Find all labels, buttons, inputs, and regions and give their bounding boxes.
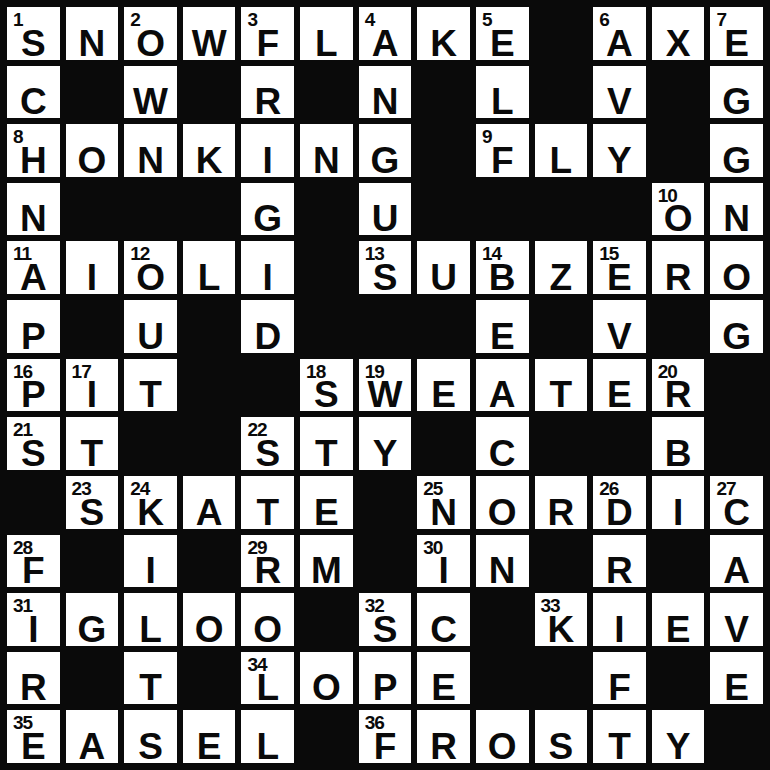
cell[interactable]: 9F	[476, 124, 529, 177]
cell-letter: V	[593, 318, 646, 353]
cell-letter: N	[124, 142, 177, 177]
black-cell	[417, 417, 470, 470]
cell-letter: S	[359, 259, 412, 294]
black-cell	[183, 535, 236, 588]
cell[interactable]: B	[652, 417, 705, 470]
cell[interactable]: A	[710, 535, 763, 588]
cell[interactable]: Y	[652, 710, 705, 763]
cell[interactable]: N	[124, 124, 177, 177]
cell[interactable]: E	[417, 359, 470, 412]
cell-letter: I	[66, 376, 119, 411]
cell[interactable]: 23S	[66, 476, 119, 529]
cell-letter: E	[476, 318, 529, 353]
cell[interactable]: G	[359, 124, 412, 177]
cell-letter: O	[124, 25, 177, 60]
black-cell	[476, 183, 529, 236]
cell-letter: T	[124, 669, 177, 704]
black-cell	[535, 535, 588, 588]
black-cell	[593, 417, 646, 470]
cell-letter: R	[417, 728, 470, 763]
cell[interactable]: U	[417, 241, 470, 294]
cell[interactable]: G	[710, 124, 763, 177]
cell-letter: I	[241, 259, 294, 294]
cell-letter: M	[300, 552, 353, 587]
cell[interactable]: O	[241, 593, 294, 646]
cell-letter: K	[183, 142, 236, 177]
cell-letter: E	[710, 25, 763, 60]
cell-letter: G	[710, 83, 763, 118]
cell-letter: E	[652, 611, 705, 646]
cell-letter: S	[359, 611, 412, 646]
cell-letter: L	[241, 728, 294, 763]
cell-letter: D	[241, 318, 294, 353]
cell-letter: W	[359, 376, 412, 411]
black-cell	[300, 66, 353, 119]
cell-letter: T	[300, 435, 353, 470]
cell[interactable]: 33K	[535, 593, 588, 646]
cell[interactable]: 12O	[124, 241, 177, 294]
cell-letter: G	[66, 611, 119, 646]
black-cell	[183, 652, 236, 705]
cell[interactable]: 3F	[241, 7, 294, 60]
cell[interactable]: E	[183, 710, 236, 763]
cell-letter: I	[417, 552, 470, 587]
black-cell	[300, 241, 353, 294]
cell[interactable]: E	[476, 300, 529, 353]
black-cell	[535, 66, 588, 119]
cell-letter: N	[417, 494, 470, 529]
cell[interactable]: 10O	[652, 183, 705, 236]
cell[interactable]: V	[710, 593, 763, 646]
cell-letter: L	[241, 669, 294, 704]
cell[interactable]: Y	[593, 124, 646, 177]
black-cell	[300, 710, 353, 763]
cell-letter: C	[7, 83, 60, 118]
cell[interactable]: G	[66, 593, 119, 646]
cell-letter: F	[241, 25, 294, 60]
black-cell	[535, 183, 588, 236]
cell-letter: I	[652, 494, 705, 529]
cell[interactable]: E	[710, 652, 763, 705]
cell[interactable]: G	[710, 66, 763, 119]
black-cell	[652, 124, 705, 177]
cell[interactable]: 14B	[476, 241, 529, 294]
black-cell	[535, 7, 588, 60]
cell[interactable]: I	[593, 593, 646, 646]
cell[interactable]: G	[710, 300, 763, 353]
cell-letter: O	[476, 494, 529, 529]
cell-letter: F	[359, 728, 412, 763]
cell-letter: O	[183, 611, 236, 646]
cell-letter: E	[183, 728, 236, 763]
cell[interactable]: 28F	[7, 535, 60, 588]
cell-letter: R	[652, 259, 705, 294]
cell[interactable]: 36F	[359, 710, 412, 763]
black-cell	[359, 535, 412, 588]
cell-letter: S	[124, 728, 177, 763]
cell-letter: E	[476, 25, 529, 60]
cell[interactable]: T	[66, 417, 119, 470]
cell[interactable]: 20R	[652, 359, 705, 412]
cell[interactable]: A	[183, 476, 236, 529]
cell-letter: W	[183, 25, 236, 60]
cell[interactable]: P	[359, 652, 412, 705]
black-cell	[66, 535, 119, 588]
black-cell	[710, 359, 763, 412]
black-cell	[535, 417, 588, 470]
cell-letter: S	[300, 376, 353, 411]
cell[interactable]: P	[7, 300, 60, 353]
cell-letter: S	[241, 435, 294, 470]
cell[interactable]: I	[66, 241, 119, 294]
cell[interactable]: 11A	[7, 241, 60, 294]
cell-letter: C	[710, 494, 763, 529]
cell[interactable]: R	[652, 241, 705, 294]
cell-letter: F	[7, 552, 60, 587]
cell[interactable]: 6A	[593, 7, 646, 60]
cell[interactable]: 32S	[359, 593, 412, 646]
cell[interactable]: L	[183, 241, 236, 294]
cell[interactable]: O	[300, 652, 353, 705]
cell-letter: F	[593, 669, 646, 704]
cell[interactable]: S	[124, 710, 177, 763]
cell[interactable]: 27C	[710, 476, 763, 529]
cell[interactable]: 13S	[359, 241, 412, 294]
cell-letter: Y	[652, 728, 705, 763]
cell-letter: O	[710, 259, 763, 294]
cell-letter: Y	[593, 142, 646, 177]
black-cell	[652, 300, 705, 353]
cell-letter: G	[710, 318, 763, 353]
black-cell	[300, 593, 353, 646]
black-cell	[300, 183, 353, 236]
cell-letter: O	[124, 259, 177, 294]
cell-letter: A	[359, 25, 412, 60]
cell[interactable]: K	[183, 124, 236, 177]
cell[interactable]: R	[241, 66, 294, 119]
cell-letter: B	[476, 259, 529, 294]
cell[interactable]: 25N	[417, 476, 470, 529]
black-cell	[652, 66, 705, 119]
cell[interactable]: 16P	[7, 359, 60, 412]
black-cell	[535, 300, 588, 353]
cell-letter: Z	[535, 259, 588, 294]
cell[interactable]: T	[241, 476, 294, 529]
cell-letter: S	[7, 435, 60, 470]
cell-letter: V	[593, 83, 646, 118]
black-cell	[7, 476, 60, 529]
cell-letter: N	[7, 200, 60, 235]
cell-letter: D	[593, 494, 646, 529]
cell-letter: S	[535, 728, 588, 763]
cell[interactable]: W	[124, 66, 177, 119]
cell-letter: T	[124, 376, 177, 411]
cell-letter: E	[593, 376, 646, 411]
black-cell	[652, 652, 705, 705]
cell[interactable]: 22S	[241, 417, 294, 470]
cell[interactable]: R	[417, 710, 470, 763]
cell[interactable]: N	[476, 535, 529, 588]
cell-letter: O	[652, 200, 705, 235]
black-cell	[417, 300, 470, 353]
cell[interactable]: I	[241, 241, 294, 294]
black-cell	[417, 183, 470, 236]
cell[interactable]: D	[241, 300, 294, 353]
cell-letter: E	[710, 669, 763, 704]
cell-letter: P	[7, 318, 60, 353]
cell-letter: I	[124, 552, 177, 587]
cell-letter: N	[476, 552, 529, 587]
cell-letter: O	[476, 728, 529, 763]
black-cell	[183, 417, 236, 470]
cell[interactable]: 35E	[7, 710, 60, 763]
cell[interactable]: W	[183, 7, 236, 60]
cell-letter: C	[417, 611, 470, 646]
black-cell	[300, 300, 353, 353]
cell-letter: U	[417, 259, 470, 294]
cell[interactable]: I	[241, 124, 294, 177]
cell[interactable]: Z	[535, 241, 588, 294]
cell[interactable]: N	[66, 7, 119, 60]
cell[interactable]: I	[652, 476, 705, 529]
cell[interactable]: O	[66, 124, 119, 177]
cell[interactable]: R	[535, 476, 588, 529]
cell[interactable]: L	[241, 710, 294, 763]
cell-letter: T	[593, 728, 646, 763]
black-cell	[710, 417, 763, 470]
black-cell	[183, 66, 236, 119]
cell[interactable]: G	[241, 183, 294, 236]
cell[interactable]: X	[652, 7, 705, 60]
black-cell	[183, 300, 236, 353]
cell[interactable]: V	[593, 66, 646, 119]
cell-letter: L	[124, 611, 177, 646]
cell-letter: T	[241, 494, 294, 529]
cell[interactable]: E	[593, 359, 646, 412]
cell-letter: U	[359, 200, 412, 235]
cell-letter: R	[652, 376, 705, 411]
cell[interactable]: O	[476, 710, 529, 763]
cell-letter: N	[359, 83, 412, 118]
cell-letter: A	[476, 376, 529, 411]
black-cell	[66, 66, 119, 119]
cell[interactable]: N	[710, 183, 763, 236]
cell-letter: N	[300, 142, 353, 177]
black-cell	[476, 652, 529, 705]
black-cell	[124, 417, 177, 470]
cell[interactable]: L	[535, 124, 588, 177]
black-cell	[593, 183, 646, 236]
cell[interactable]: 34L	[241, 652, 294, 705]
cell[interactable]: A	[66, 710, 119, 763]
cell-letter: P	[359, 669, 412, 704]
cell-letter: G	[710, 142, 763, 177]
cell-letter: A	[66, 728, 119, 763]
cell[interactable]: L	[124, 593, 177, 646]
cell[interactable]: A	[476, 359, 529, 412]
black-cell	[417, 66, 470, 119]
cell[interactable]: O	[183, 593, 236, 646]
cell[interactable]: 29R	[241, 535, 294, 588]
cell[interactable]: 30I	[417, 535, 470, 588]
cell-letter: R	[535, 494, 588, 529]
cell-letter: T	[66, 435, 119, 470]
cell-letter: G	[359, 142, 412, 177]
cell[interactable]: E	[300, 476, 353, 529]
cell-letter: N	[66, 25, 119, 60]
cell[interactable]: 24K	[124, 476, 177, 529]
cell[interactable]: E	[652, 593, 705, 646]
cell-letter: F	[476, 142, 529, 177]
cell[interactable]: 2O	[124, 7, 177, 60]
cell[interactable]: T	[535, 359, 588, 412]
cell[interactable]: U	[359, 183, 412, 236]
cell-letter: L	[183, 259, 236, 294]
cell[interactable]: E	[417, 652, 470, 705]
cell[interactable]: T	[593, 710, 646, 763]
cell[interactable]: V	[593, 300, 646, 353]
cell-letter: A	[7, 259, 60, 294]
cell-letter: O	[300, 669, 353, 704]
black-cell	[359, 300, 412, 353]
cell-letter: L	[300, 25, 353, 60]
cell-letter: O	[241, 611, 294, 646]
cell[interactable]: 31I	[7, 593, 60, 646]
cell[interactable]: 8H	[7, 124, 60, 177]
cell[interactable]: 7E	[710, 7, 763, 60]
black-cell	[241, 359, 294, 412]
cell-letter: G	[241, 200, 294, 235]
cell-letter: H	[7, 142, 60, 177]
cell-letter: K	[535, 611, 588, 646]
cell[interactable]: T	[124, 652, 177, 705]
cell-letter: E	[417, 376, 470, 411]
cell-letter: W	[124, 83, 177, 118]
cell-letter: L	[535, 142, 588, 177]
cell[interactable]: F	[593, 652, 646, 705]
cell-letter: Y	[359, 435, 412, 470]
cell[interactable]: 26D	[593, 476, 646, 529]
cell-letter: R	[593, 552, 646, 587]
cell[interactable]: 21S	[7, 417, 60, 470]
cell-letter: P	[7, 376, 60, 411]
cell-letter: U	[124, 318, 177, 353]
cell[interactable]: I	[124, 535, 177, 588]
cell-letter: R	[241, 552, 294, 587]
cell[interactable]: C	[476, 417, 529, 470]
cell-letter: C	[476, 435, 529, 470]
cell[interactable]: 5E	[476, 7, 529, 60]
cell-letter: I	[593, 611, 646, 646]
cell-letter: R	[241, 83, 294, 118]
black-cell	[359, 476, 412, 529]
black-cell	[710, 710, 763, 763]
cell-letter: L	[476, 83, 529, 118]
black-cell	[476, 593, 529, 646]
cell[interactable]: N	[359, 66, 412, 119]
cell-letter: K	[417, 25, 470, 60]
cell[interactable]: T	[124, 359, 177, 412]
cell[interactable]: C	[417, 593, 470, 646]
cell-letter: T	[535, 376, 588, 411]
black-cell	[66, 300, 119, 353]
cell[interactable]: M	[300, 535, 353, 588]
cell[interactable]: N	[7, 183, 60, 236]
black-cell	[66, 652, 119, 705]
black-cell	[66, 183, 119, 236]
cell-letter: N	[710, 200, 763, 235]
cell[interactable]: R	[7, 652, 60, 705]
cell-letter: A	[593, 25, 646, 60]
cell[interactable]: Y	[359, 417, 412, 470]
cell-letter: O	[66, 142, 119, 177]
crossword-grid: 1SN2OW3FL4AK5E6AX7ECWRNLVG8HONKING9FLYGN…	[0, 0, 770, 770]
cell-letter: I	[66, 259, 119, 294]
cell-letter: K	[124, 494, 177, 529]
cell-letter: S	[66, 494, 119, 529]
cell[interactable]: O	[710, 241, 763, 294]
cell-letter: V	[710, 611, 763, 646]
black-cell	[183, 359, 236, 412]
black-cell	[652, 535, 705, 588]
cell[interactable]: N	[300, 124, 353, 177]
cell-letter: E	[593, 259, 646, 294]
cell[interactable]: O	[476, 476, 529, 529]
cell[interactable]: 18S	[300, 359, 353, 412]
cell-letter: X	[652, 25, 705, 60]
black-cell	[124, 183, 177, 236]
cell-letter: E	[7, 728, 60, 763]
cell-letter: A	[710, 552, 763, 587]
black-cell	[535, 652, 588, 705]
cell-letter: R	[7, 669, 60, 704]
cell[interactable]: U	[124, 300, 177, 353]
cell[interactable]: 4A	[359, 7, 412, 60]
cell-letter: S	[7, 25, 60, 60]
cell-letter: E	[300, 494, 353, 529]
cell[interactable]: 15E	[593, 241, 646, 294]
cell[interactable]: S	[535, 710, 588, 763]
cell-letter: B	[652, 435, 705, 470]
cell-letter: A	[183, 494, 236, 529]
cell[interactable]: L	[300, 7, 353, 60]
cell[interactable]: T	[300, 417, 353, 470]
cell-letter: E	[417, 669, 470, 704]
black-cell	[417, 124, 470, 177]
cell[interactable]: 1S	[7, 7, 60, 60]
cell-letter: I	[7, 611, 60, 646]
cell-letter: I	[241, 142, 294, 177]
cell[interactable]: L	[476, 66, 529, 119]
black-cell	[183, 183, 236, 236]
cell[interactable]: K	[417, 7, 470, 60]
cell[interactable]: C	[7, 66, 60, 119]
cell[interactable]: 17I	[66, 359, 119, 412]
cell[interactable]: R	[593, 535, 646, 588]
cell[interactable]: 19W	[359, 359, 412, 412]
